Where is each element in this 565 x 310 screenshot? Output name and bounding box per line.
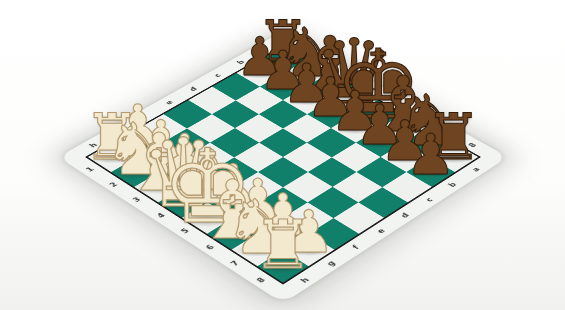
coord-label-right-g: g: [325, 260, 337, 267]
coord-label-right-c: c: [423, 196, 434, 202]
coord-label-left-h: h: [88, 142, 99, 148]
coord-label-right-h: h: [299, 276, 311, 283]
coord-label-bottom-6: 6: [205, 243, 216, 250]
coord-label-bottom-3: 3: [132, 196, 143, 203]
coord-label-left-e: e: [164, 99, 174, 105]
chess-set-photo: 1234567812345678abcdefghabcdefgh ♜♞♝♛♚♝♞…: [0, 0, 565, 310]
coord-label-bottom-7: 7: [230, 260, 241, 267]
coord-label-left-a: a: [259, 46, 269, 52]
coord-label-top-4: 4: [368, 86, 378, 92]
coord-label-bottom-8: 8: [256, 276, 268, 283]
coord-label-top-6: 6: [417, 113, 428, 119]
coord-label-right-d: d: [399, 212, 410, 219]
coord-label-left-d: d: [188, 86, 198, 92]
coord-label-bottom-5: 5: [180, 227, 191, 234]
coord-label-bottom-1: 1: [85, 166, 96, 173]
coord-label-right-e: e: [375, 227, 386, 234]
coord-label-top-8: 8: [467, 142, 478, 148]
coord-label-top-3: 3: [344, 72, 354, 78]
coord-label-right-f: f: [351, 244, 361, 250]
coord-label-bottom-4: 4: [156, 212, 167, 219]
board-boundary-frame: [85, 45, 481, 284]
coord-label-top-1: 1: [297, 46, 307, 52]
coord-label-bottom-2: 2: [108, 181, 119, 188]
coord-label-left-g: g: [113, 127, 124, 133]
coord-label-top-7: 7: [442, 127, 453, 133]
coord-label-left-f: f: [140, 114, 149, 119]
coord-label-top-2: 2: [320, 59, 330, 65]
coord-label-top-5: 5: [392, 99, 403, 105]
coord-label-left-c: c: [212, 72, 222, 78]
chess-board-mat: 1234567812345678abcdefghabcdefgh: [58, 31, 508, 303]
coord-label-right-a: a: [470, 166, 481, 173]
coord-label-right-b: b: [447, 181, 458, 188]
chess-board: [88, 47, 478, 283]
coord-label-left-b: b: [235, 59, 245, 65]
